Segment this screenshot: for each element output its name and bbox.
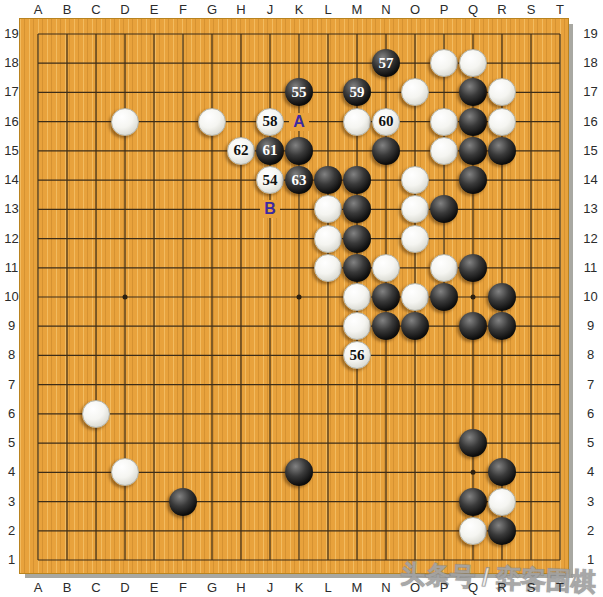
stone-black-L14[interactable]: [314, 166, 342, 194]
coord-label-right-5: 5: [579, 436, 602, 450]
stone-white-P11[interactable]: [430, 254, 458, 282]
coord-label-bottom-A: A: [29, 581, 47, 595]
coord-label-bottom-K: K: [290, 581, 308, 595]
coord-label-bottom-R: R: [493, 581, 511, 595]
coord-label-top-N: N: [377, 3, 395, 17]
coord-label-left-7: 7: [0, 378, 23, 392]
coord-label-bottom-O: O: [406, 581, 424, 595]
stone-white-M16[interactable]: [343, 108, 371, 136]
coord-label-left-11: 11: [0, 261, 23, 275]
coord-label-bottom-E: E: [145, 581, 163, 595]
coord-label-top-D: D: [116, 3, 134, 17]
stone-white-N16[interactable]: 60: [372, 108, 400, 136]
stone-white-J16[interactable]: 58: [256, 108, 284, 136]
coord-label-left-2: 2: [0, 524, 23, 538]
coord-label-right-10: 10: [579, 290, 602, 304]
coord-label-bottom-G: G: [203, 581, 221, 595]
move-number-59: 59: [350, 85, 365, 100]
coord-label-right-1: 1: [579, 553, 602, 567]
coord-label-right-12: 12: [579, 232, 602, 246]
coord-label-bottom-C: C: [87, 581, 105, 595]
coord-label-right-18: 18: [579, 56, 602, 70]
coord-label-left-10: 10: [0, 290, 23, 304]
coord-label-right-19: 19: [579, 27, 602, 41]
coord-label-top-A: A: [29, 3, 47, 17]
coord-label-left-3: 3: [0, 495, 23, 509]
coord-label-right-15: 15: [579, 144, 602, 158]
stone-white-O10[interactable]: [401, 283, 429, 311]
coord-label-left-6: 6: [0, 407, 23, 421]
go-diagram: 头条号 / 弈客围棋 57555958606261546356ABAABBCCD…: [0, 0, 603, 597]
coord-label-top-K: K: [290, 3, 308, 17]
stone-black-N15[interactable]: [372, 137, 400, 165]
stone-white-H15[interactable]: 62: [227, 137, 255, 165]
coord-label-bottom-D: D: [116, 581, 134, 595]
coord-label-left-16: 16: [0, 115, 23, 129]
coord-label-top-S: S: [522, 3, 540, 17]
stone-black-Q16[interactable]: [459, 108, 487, 136]
stone-black-Q5[interactable]: [459, 429, 487, 457]
coord-label-right-7: 7: [579, 378, 602, 392]
coord-label-right-9: 9: [579, 319, 602, 333]
coord-label-bottom-L: L: [319, 581, 337, 595]
coord-label-top-L: L: [319, 3, 337, 17]
stone-black-P10[interactable]: [430, 283, 458, 311]
stone-black-J15[interactable]: 61: [256, 137, 284, 165]
move-number-63: 63: [292, 173, 307, 188]
coord-label-top-P: P: [435, 3, 453, 17]
stone-black-Q14[interactable]: [459, 166, 487, 194]
coord-label-left-15: 15: [0, 144, 23, 158]
coord-label-right-13: 13: [579, 202, 602, 216]
stone-white-Q2[interactable]: [459, 517, 487, 545]
coord-label-bottom-S: S: [522, 581, 540, 595]
stone-black-R15[interactable]: [488, 137, 516, 165]
stone-black-K14[interactable]: 63: [285, 166, 313, 194]
coord-label-top-G: G: [203, 3, 221, 17]
coord-label-bottom-H: H: [232, 581, 250, 595]
coord-label-top-B: B: [58, 3, 76, 17]
stone-black-Q3[interactable]: [459, 488, 487, 516]
coord-label-right-16: 16: [579, 115, 602, 129]
stone-black-R10[interactable]: [488, 283, 516, 311]
coord-label-left-13: 13: [0, 202, 23, 216]
coord-label-left-1: 1: [0, 553, 23, 567]
stone-white-N11[interactable]: [372, 254, 400, 282]
coord-label-bottom-T: T: [551, 581, 569, 595]
coord-label-top-R: R: [493, 3, 511, 17]
coord-label-right-17: 17: [579, 85, 602, 99]
coord-label-right-14: 14: [579, 173, 602, 187]
stone-white-P15[interactable]: [430, 137, 458, 165]
coord-label-top-Q: Q: [464, 3, 482, 17]
annotation-A: A: [289, 113, 309, 131]
coord-label-left-4: 4: [0, 465, 23, 479]
stone-white-O12[interactable]: [401, 225, 429, 253]
stone-black-R2[interactable]: [488, 517, 516, 545]
coord-label-top-E: E: [145, 3, 163, 17]
stone-white-R16[interactable]: [488, 108, 516, 136]
move-number-58: 58: [263, 114, 278, 129]
coord-label-bottom-M: M: [348, 581, 366, 595]
move-number-54: 54: [263, 173, 278, 188]
coord-label-bottom-Q: Q: [464, 581, 482, 595]
coord-label-bottom-P: P: [435, 581, 453, 595]
stone-black-Q11[interactable]: [459, 254, 487, 282]
stone-black-K15[interactable]: [285, 137, 313, 165]
stone-black-M11[interactable]: [343, 254, 371, 282]
coord-label-left-9: 9: [0, 319, 23, 333]
coord-label-left-14: 14: [0, 173, 23, 187]
stone-white-C6[interactable]: [82, 400, 110, 428]
stone-white-L12[interactable]: [314, 225, 342, 253]
move-number-61: 61: [263, 143, 278, 158]
coord-label-bottom-B: B: [58, 581, 76, 595]
move-number-60: 60: [379, 114, 394, 129]
coord-label-bottom-J: J: [261, 581, 279, 595]
coord-label-left-18: 18: [0, 56, 23, 70]
stone-white-G16[interactable]: [198, 108, 226, 136]
annotation-B: B: [260, 200, 280, 218]
coord-label-top-O: O: [406, 3, 424, 17]
coord-label-top-F: F: [174, 3, 192, 17]
coord-label-top-M: M: [348, 3, 366, 17]
stone-white-R3[interactable]: [488, 488, 516, 516]
move-number-57: 57: [379, 56, 394, 71]
coord-label-left-12: 12: [0, 232, 23, 246]
stone-black-F3[interactable]: [169, 488, 197, 516]
coord-label-right-8: 8: [579, 348, 602, 362]
coord-label-left-8: 8: [0, 348, 23, 362]
stone-white-O14[interactable]: [401, 166, 429, 194]
stone-white-D16[interactable]: [111, 108, 139, 136]
coord-label-right-4: 4: [579, 465, 602, 479]
coord-label-top-J: J: [261, 3, 279, 17]
coord-label-right-3: 3: [579, 495, 602, 509]
coord-label-right-2: 2: [579, 524, 602, 538]
coord-label-right-6: 6: [579, 407, 602, 421]
coord-label-bottom-N: N: [377, 581, 395, 595]
coord-label-left-19: 19: [0, 27, 23, 41]
coord-label-left-5: 5: [0, 436, 23, 450]
stone-white-M10[interactable]: [343, 283, 371, 311]
stone-black-Q15[interactable]: [459, 137, 487, 165]
coord-label-right-11: 11: [579, 261, 602, 275]
coord-label-left-17: 17: [0, 85, 23, 99]
coord-label-top-C: C: [87, 3, 105, 17]
stone-black-M12[interactable]: [343, 225, 371, 253]
move-number-62: 62: [234, 143, 249, 158]
stone-white-L11[interactable]: [314, 254, 342, 282]
stone-black-N10[interactable]: [372, 283, 400, 311]
stone-white-P16[interactable]: [430, 108, 458, 136]
move-number-55: 55: [292, 85, 307, 100]
coord-label-bottom-F: F: [174, 581, 192, 595]
coord-label-top-T: T: [551, 3, 569, 17]
stone-white-J14[interactable]: 54: [256, 166, 284, 194]
move-number-56: 56: [350, 348, 365, 363]
coord-label-top-H: H: [232, 3, 250, 17]
stone-black-M14[interactable]: [343, 166, 371, 194]
